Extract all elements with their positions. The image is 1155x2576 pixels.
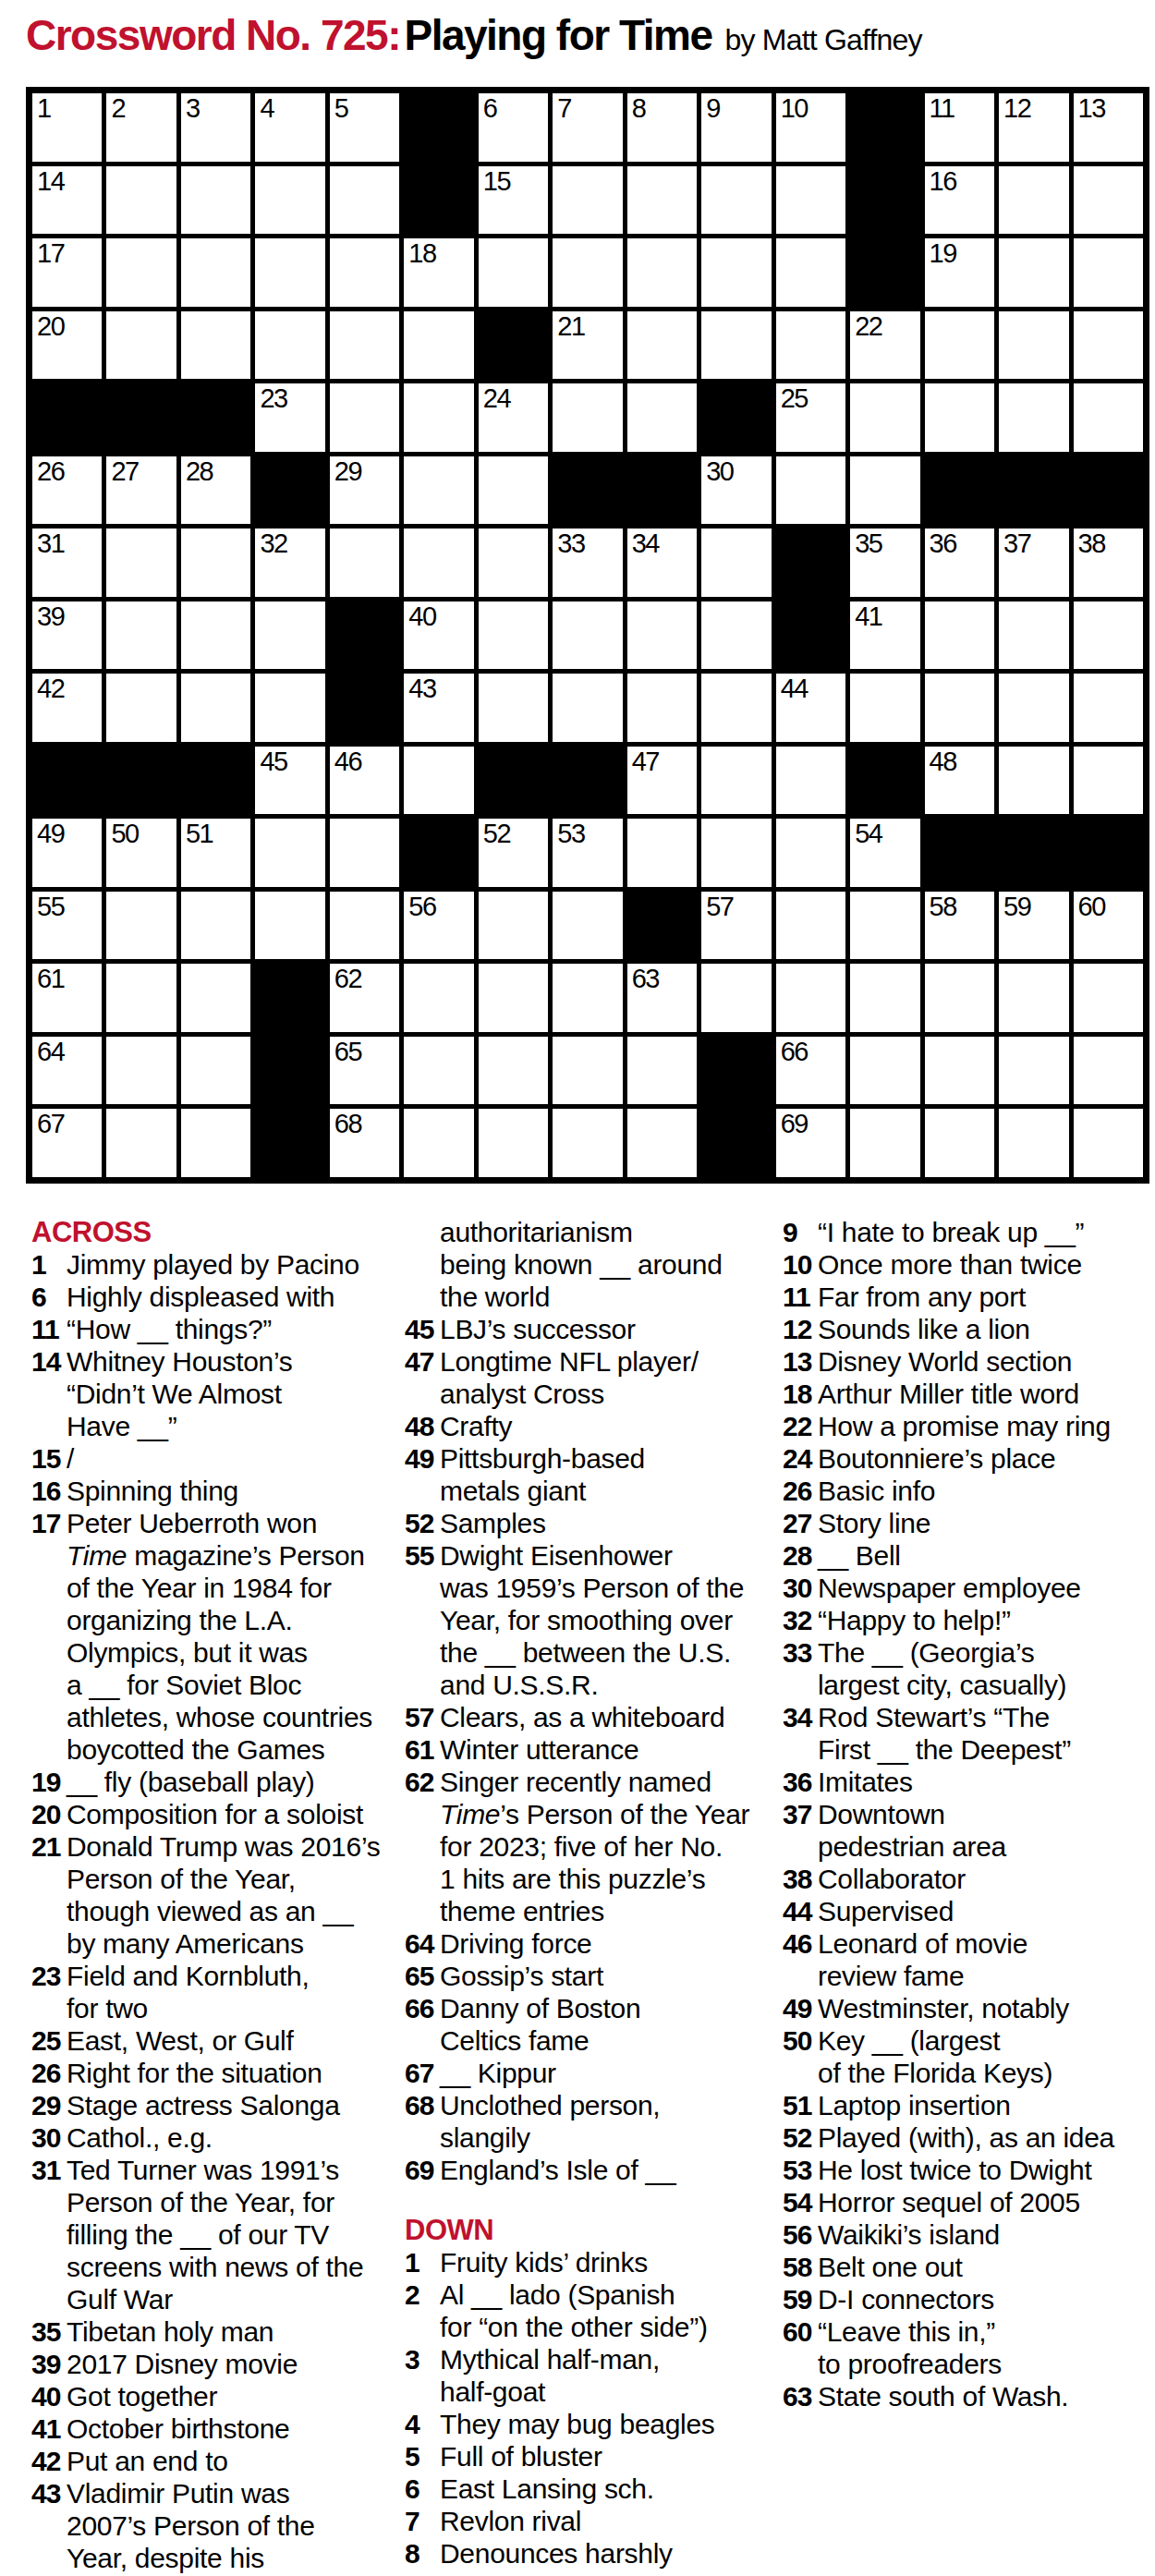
clue: 66Danny of Boston Celtics fame <box>405 1992 774 2057</box>
clue-number: 53 <box>783 2154 818 2186</box>
clue: 69England’s Isle of __ <box>405 2154 774 2186</box>
clue: 34Rod Stewart’s “The First __ the Deepes… <box>783 1701 1152 1766</box>
clue: 56Waikiki’s island <box>783 2218 1152 2251</box>
clue: 23Field and Kornbluth, for two <box>31 1960 401 2024</box>
grid-cell[interactable] <box>181 311 250 380</box>
page-title: Crossword No. 725: Playing for Timeby Ma… <box>26 10 922 60</box>
clue: 52Samples <box>405 1507 774 1539</box>
grid-cell[interactable]: 13 <box>1074 93 1143 162</box>
grid-cell[interactable] <box>701 819 771 887</box>
clue: 52Played (with), as an idea <box>783 2121 1152 2154</box>
cell-number: 69 <box>781 1109 808 1138</box>
grid-cell[interactable] <box>627 601 697 670</box>
clue-text: Stage actress Salonga <box>67 2089 401 2121</box>
grid-cell[interactable]: 17 <box>32 238 102 307</box>
cell-number: 39 <box>37 601 64 631</box>
grid-cell-black <box>701 383 771 452</box>
grid-cell[interactable]: 38 <box>1074 529 1143 597</box>
cell-number: 12 <box>1003 93 1030 123</box>
clue: 5Full of bluster <box>405 2440 774 2473</box>
grid-cell[interactable] <box>627 1037 697 1105</box>
clue-text: LBJ’s successor <box>440 1313 774 1345</box>
grid-cell[interactable]: 35 <box>850 529 919 597</box>
clue-text: Disney World section <box>818 1345 1152 1378</box>
clue-number: 29 <box>31 2089 67 2121</box>
grid-cell[interactable]: 22 <box>850 311 919 380</box>
clue-text: Mythical half-man, half-goat <box>440 2343 774 2408</box>
grid-cell[interactable]: 68 <box>330 1109 399 1177</box>
grid-cell-black <box>479 747 548 815</box>
grid-cell[interactable] <box>181 529 250 597</box>
clue: 26Right for the situation <box>31 2057 401 2089</box>
grid-cell[interactable] <box>627 674 697 742</box>
grid-cell[interactable] <box>1074 747 1143 815</box>
grid-cell[interactable]: 24 <box>479 383 548 452</box>
grid-cell[interactable] <box>776 892 845 960</box>
grid-cell[interactable] <box>776 311 845 380</box>
grid-cell[interactable] <box>701 674 771 742</box>
grid-cell[interactable] <box>479 456 548 525</box>
grid-cell[interactable] <box>479 964 548 1032</box>
grid-cell[interactable] <box>999 747 1068 815</box>
clue: 36Imitates <box>783 1766 1152 1798</box>
grid-cell[interactable]: 9 <box>701 93 771 162</box>
grid-cell[interactable] <box>553 166 622 235</box>
grid-cell[interactable] <box>1074 238 1143 307</box>
grid-cell[interactable]: 43 <box>404 674 473 742</box>
grid-cell[interactable] <box>776 166 845 235</box>
grid-cell[interactable]: 5 <box>330 93 399 162</box>
grid-cell[interactable] <box>701 311 771 380</box>
grid-cell[interactable]: 39 <box>32 601 102 670</box>
grid-cell[interactable] <box>627 238 697 307</box>
grid-cell[interactable] <box>925 1037 994 1105</box>
clue: 38Collaborator <box>783 1863 1152 1895</box>
clue-number: 52 <box>405 1507 440 1539</box>
clue: 60“Leave this in,” to proofreaders <box>783 2315 1152 2380</box>
grid-cell[interactable]: 20 <box>32 311 102 380</box>
grid-cell[interactable] <box>181 674 250 742</box>
grid-cell[interactable] <box>255 166 324 235</box>
grid-cell[interactable] <box>479 1109 548 1177</box>
cell-number: 8 <box>632 93 646 123</box>
grid-cell[interactable]: 62 <box>330 964 399 1032</box>
grid-cell[interactable]: 65 <box>330 1037 399 1105</box>
grid-cell[interactable]: 58 <box>925 892 994 960</box>
clue: 15/ <box>31 1442 401 1475</box>
grid-cell[interactable] <box>255 601 324 670</box>
grid-cell-black <box>627 456 697 525</box>
grid-cell-black <box>1074 456 1143 525</box>
grid-cell[interactable] <box>106 1037 176 1105</box>
grid-cell-black <box>330 601 399 670</box>
grid-cell[interactable]: 45 <box>255 747 324 815</box>
grid-cell[interactable]: 11 <box>925 93 994 162</box>
clue-number: 51 <box>783 2089 818 2121</box>
clue-text: Tibetan holy man <box>67 2315 401 2348</box>
grid-cell[interactable] <box>404 1037 473 1105</box>
clue-number: 46 <box>783 1927 818 1992</box>
grid-cell[interactable]: 51 <box>181 819 250 887</box>
clue: 392017 Disney movie <box>31 2348 401 2380</box>
grid-cell[interactable]: 66 <box>776 1037 845 1105</box>
grid-cell[interactable]: 60 <box>1074 892 1143 960</box>
grid-cell[interactable] <box>479 601 548 670</box>
grid-cell[interactable]: 31 <box>32 529 102 597</box>
clue: 51Laptop insertion <box>783 2089 1152 2121</box>
grid-cell[interactable] <box>553 964 622 1032</box>
grid-cell[interactable] <box>181 166 250 235</box>
grid-cell[interactable] <box>553 1109 622 1177</box>
clue: 9“I hate to break up __” <box>783 1216 1152 1248</box>
grid-cell[interactable]: 25 <box>776 383 845 452</box>
grid-cell[interactable] <box>776 964 845 1032</box>
grid-cell[interactable] <box>776 456 845 525</box>
clue-text: Peter Ueberroth won Time magazine’s Pers… <box>67 1507 401 1766</box>
grid-cell[interactable]: 1 <box>32 93 102 162</box>
grid-cell[interactable] <box>330 819 399 887</box>
clue-number: 14 <box>31 1345 67 1442</box>
grid-cell[interactable] <box>627 383 697 452</box>
clue: 49Pittsburgh-based metals giant <box>405 1442 774 1507</box>
grid-cell[interactable]: 28 <box>181 456 250 525</box>
grid-cell[interactable] <box>999 311 1068 380</box>
clue-text: Westminster, notably <box>818 1992 1152 2024</box>
grid-cell[interactable] <box>850 892 919 960</box>
grid-cell[interactable] <box>999 674 1068 742</box>
grid-cell[interactable] <box>701 601 771 670</box>
cell-number: 53 <box>557 819 584 848</box>
grid-cell[interactable] <box>850 383 919 452</box>
grid-cell[interactable] <box>999 383 1068 452</box>
grid-cell[interactable]: 53 <box>553 819 622 887</box>
byline: by Matt Gaffney <box>724 23 921 56</box>
grid-cell[interactable] <box>1074 383 1143 452</box>
grid-cell[interactable]: 37 <box>999 529 1068 597</box>
clue: 11Far from any port <box>783 1281 1152 1313</box>
clue-number: 58 <box>783 2251 818 2283</box>
grid-cell[interactable] <box>404 747 473 815</box>
grid-cell[interactable] <box>255 238 324 307</box>
grid-cell[interactable]: 59 <box>999 892 1068 960</box>
grid-cell[interactable] <box>404 529 473 597</box>
grid-cell[interactable]: 7 <box>553 93 622 162</box>
grid-cell[interactable] <box>553 892 622 960</box>
clue-number: 6 <box>405 2473 440 2505</box>
cell-number: 63 <box>632 964 659 993</box>
clue: 30Cathol., e.g. <box>31 2121 401 2154</box>
grid-cell[interactable] <box>479 529 548 597</box>
grid-cell[interactable] <box>925 1109 994 1177</box>
grid-cell-black <box>32 383 102 452</box>
grid-cell[interactable] <box>553 674 622 742</box>
clue-text: Horror sequel of 2005 <box>818 2186 1152 2218</box>
grid-cell[interactable] <box>776 819 845 887</box>
grid-cell[interactable] <box>1074 1109 1143 1177</box>
grid-cell-black <box>999 456 1068 525</box>
grid-cell-black <box>850 166 919 235</box>
grid-cell[interactable] <box>925 601 994 670</box>
cell-number: 27 <box>111 456 138 486</box>
clue-number: 60 <box>783 2315 818 2380</box>
grid-cell[interactable]: 52 <box>479 819 548 887</box>
grid-cell[interactable]: 2 <box>106 93 176 162</box>
grid-cell[interactable] <box>479 892 548 960</box>
grid-cell-black <box>32 747 102 815</box>
grid-cell[interactable]: 47 <box>627 747 697 815</box>
clue-number: 5 <box>405 2440 440 2473</box>
grid-cell[interactable] <box>925 964 994 1032</box>
grid-cell[interactable] <box>255 892 324 960</box>
grid-cell-black <box>999 819 1068 887</box>
grid-cell[interactable] <box>1074 166 1143 235</box>
grid-cell[interactable] <box>1074 601 1143 670</box>
grid-cell[interactable] <box>925 674 994 742</box>
grid-cell[interactable]: 63 <box>627 964 697 1032</box>
grid-cell[interactable] <box>701 964 771 1032</box>
grid-cell[interactable]: 55 <box>32 892 102 960</box>
grid-cell[interactable] <box>106 529 176 597</box>
grid-cell[interactable] <box>106 311 176 380</box>
grid-cell-black <box>106 747 176 815</box>
clue-number: 65 <box>405 1960 440 1992</box>
grid-cell[interactable]: 42 <box>32 674 102 742</box>
cell-number: 23 <box>260 383 286 413</box>
grid-cell[interactable]: 8 <box>627 93 697 162</box>
grid-cell[interactable]: 14 <box>32 166 102 235</box>
grid-cell[interactable] <box>181 964 250 1032</box>
cell-number: 4 <box>260 93 274 123</box>
grid-cell-black <box>553 747 622 815</box>
grid-cell[interactable]: 3 <box>181 93 250 162</box>
grid-cell[interactable] <box>925 311 994 380</box>
grid-cell[interactable] <box>1074 311 1143 380</box>
grid-cell[interactable] <box>627 819 697 887</box>
grid-cell[interactable]: 48 <box>925 747 994 815</box>
grid-cell[interactable] <box>479 238 548 307</box>
grid-cell[interactable]: 69 <box>776 1109 845 1177</box>
grid-cell[interactable] <box>999 1037 1068 1105</box>
cell-number: 67 <box>37 1109 64 1138</box>
grid-cell[interactable]: 21 <box>553 311 622 380</box>
grid-cell[interactable] <box>701 238 771 307</box>
grid-cell[interactable] <box>479 1037 548 1105</box>
grid-cell[interactable]: 18 <box>404 238 473 307</box>
grid-cell[interactable]: 33 <box>553 529 622 597</box>
grid-cell[interactable] <box>999 238 1068 307</box>
grid-cell-black <box>1074 819 1143 887</box>
grid-cell[interactable] <box>106 674 176 742</box>
clue-number: 37 <box>783 1798 818 1863</box>
clue-text: East Lansing sch. <box>440 2473 774 2505</box>
clue-text: __ Bell <box>818 1539 1152 1572</box>
grid-cell[interactable] <box>404 1109 473 1177</box>
clue: 11“How __ things?” <box>31 1313 401 1345</box>
grid-cell[interactable] <box>1074 674 1143 742</box>
grid-cell[interactable] <box>106 892 176 960</box>
grid-cell[interactable]: 44 <box>776 674 845 742</box>
clue: 18Arthur Miller title word <box>783 1378 1152 1410</box>
grid-cell[interactable]: 50 <box>106 819 176 887</box>
grid-cell[interactable] <box>850 456 919 525</box>
grid-cell[interactable]: 49 <box>32 819 102 887</box>
clue: 64Driving force <box>405 1927 774 1960</box>
grid-cell-black <box>330 674 399 742</box>
grid-cell[interactable]: 27 <box>106 456 176 525</box>
grid-cell[interactable] <box>181 601 250 670</box>
grid-cell[interactable]: 6 <box>479 93 548 162</box>
grid-cell[interactable]: 26 <box>32 456 102 525</box>
grid-cell[interactable]: 56 <box>404 892 473 960</box>
grid-cell[interactable] <box>330 311 399 380</box>
grid-cell[interactable]: 46 <box>330 747 399 815</box>
grid-cell[interactable] <box>1074 1037 1143 1105</box>
grid-cell[interactable]: 19 <box>925 238 994 307</box>
grid-cell[interactable] <box>181 1109 250 1177</box>
grid-cell[interactable]: 15 <box>479 166 548 235</box>
grid-cell[interactable] <box>850 1109 919 1177</box>
cell-number: 61 <box>37 964 64 993</box>
cell-number: 59 <box>1003 892 1030 921</box>
grid-cell[interactable] <box>330 238 399 307</box>
grid-cell[interactable]: 10 <box>776 93 845 162</box>
grid-cell[interactable] <box>181 238 250 307</box>
cell-number: 25 <box>781 383 808 413</box>
clue-text: Put an end to <box>67 2445 401 2477</box>
grid-cell[interactable] <box>701 529 771 597</box>
grid-cell[interactable]: 4 <box>255 93 324 162</box>
grid-cell[interactable] <box>701 166 771 235</box>
grid-cell[interactable]: 40 <box>404 601 473 670</box>
grid-cell[interactable] <box>404 964 473 1032</box>
grid-cell[interactable] <box>553 383 622 452</box>
grid-cell[interactable] <box>255 311 324 380</box>
grid-cell[interactable]: 30 <box>701 456 771 525</box>
grid-cell[interactable] <box>776 747 845 815</box>
clue: 61Winter utterance <box>405 1733 774 1766</box>
grid-cell[interactable]: 32 <box>255 529 324 597</box>
cell-number: 57 <box>706 892 733 921</box>
grid-cell[interactable]: 54 <box>850 819 919 887</box>
grid-cell[interactable]: 29 <box>330 456 399 525</box>
grid-cell[interactable] <box>255 674 324 742</box>
cell-number: 68 <box>334 1109 361 1138</box>
clue: 31Ted Turner was 1991’s Person of the Ye… <box>31 2154 401 2315</box>
cell-number: 30 <box>706 456 733 486</box>
grid-cell[interactable] <box>553 238 622 307</box>
grid-cell[interactable] <box>330 529 399 597</box>
clue-number: 23 <box>31 1960 67 2024</box>
cell-number: 20 <box>37 311 64 341</box>
grid-cell[interactable] <box>404 456 473 525</box>
cell-number: 19 <box>930 238 956 268</box>
grid-cell[interactable]: 57 <box>701 892 771 960</box>
grid-cell[interactable] <box>106 238 176 307</box>
grid-cell[interactable] <box>330 892 399 960</box>
grid-cell[interactable] <box>330 166 399 235</box>
grid-cell[interactable]: 34 <box>627 529 697 597</box>
page: { "game": "crossword", "title": { "serie… <box>0 0 1155 2576</box>
grid-cell[interactable] <box>553 1037 622 1105</box>
grid-cell[interactable] <box>850 964 919 1032</box>
cell-number: 52 <box>483 819 510 848</box>
grid-cell[interactable] <box>106 601 176 670</box>
grid-cell[interactable] <box>999 1109 1068 1177</box>
grid-cell[interactable]: 36 <box>925 529 994 597</box>
clue: 41October birthstone <box>31 2412 401 2445</box>
clue-text: East, West, or Gulf <box>67 2024 401 2057</box>
grid-cell[interactable] <box>850 674 919 742</box>
grid-cell[interactable] <box>999 166 1068 235</box>
clue-column-3: 9“I hate to break up __”10Once more than… <box>783 1216 1152 2412</box>
clue-number: 16 <box>31 1475 67 1507</box>
grid-cell[interactable] <box>181 1037 250 1105</box>
grid-cell[interactable]: 41 <box>850 601 919 670</box>
grid-cell[interactable] <box>850 1037 919 1105</box>
cell-number: 21 <box>557 311 584 341</box>
grid-cell[interactable] <box>181 892 250 960</box>
clue-text: Unclothed person, slangily <box>440 2089 774 2154</box>
grid-cell[interactable] <box>999 601 1068 670</box>
grid-cell[interactable] <box>925 383 994 452</box>
grid-cell[interactable] <box>106 166 176 235</box>
grid-cell[interactable]: 64 <box>32 1037 102 1105</box>
grid-cell[interactable] <box>701 747 771 815</box>
cell-number: 38 <box>1078 529 1105 558</box>
grid-cell-black <box>255 456 324 525</box>
clue: 53He lost twice to Dwight <box>783 2154 1152 2186</box>
grid-cell[interactable] <box>404 383 473 452</box>
cell-number: 14 <box>37 166 64 196</box>
clue-number: 39 <box>31 2348 67 2380</box>
clue-text: Dwight Eisenhower was 1959’s Person of t… <box>440 1539 774 1701</box>
grid-cell[interactable]: 16 <box>925 166 994 235</box>
cell-number: 46 <box>334 747 361 776</box>
grid-cell[interactable] <box>627 1109 697 1177</box>
grid-cell[interactable]: 67 <box>32 1109 102 1177</box>
grid-cell[interactable]: 61 <box>32 964 102 1032</box>
grid-cell[interactable]: 12 <box>999 93 1068 162</box>
clue: 57Clears, as a whiteboard <box>405 1701 774 1733</box>
grid-cell[interactable] <box>776 238 845 307</box>
grid-cell[interactable] <box>404 311 473 380</box>
clue: 62Singer recently named Time’s Person of… <box>405 1766 774 1927</box>
grid-cell[interactable] <box>106 964 176 1032</box>
grid-cell[interactable] <box>479 674 548 742</box>
grid-cell[interactable] <box>106 1109 176 1177</box>
grid-cell[interactable] <box>553 601 622 670</box>
grid-cell[interactable] <box>999 964 1068 1032</box>
cell-number: 42 <box>37 674 64 703</box>
clue-number: 47 <box>405 1345 440 1410</box>
cell-number: 56 <box>408 892 435 921</box>
grid-cell[interactable] <box>627 311 697 380</box>
grid-cell[interactable] <box>255 819 324 887</box>
clue-text: Boutonniere’s place <box>818 1442 1152 1475</box>
clue-number: 67 <box>405 2057 440 2089</box>
clue-number <box>405 1216 440 1313</box>
clue-number: 69 <box>405 2154 440 2186</box>
grid-cell[interactable] <box>1074 964 1143 1032</box>
clue-text: Fruity kids’ drinks <box>440 2246 774 2278</box>
grid-cell-black <box>850 747 919 815</box>
clue: 13Disney World section <box>783 1345 1152 1378</box>
clue: 6East Lansing sch. <box>405 2473 774 2505</box>
grid-cell[interactable]: 23 <box>255 383 324 452</box>
grid-cell[interactable] <box>627 166 697 235</box>
grid-cell[interactable] <box>330 383 399 452</box>
cell-number: 58 <box>930 892 956 921</box>
